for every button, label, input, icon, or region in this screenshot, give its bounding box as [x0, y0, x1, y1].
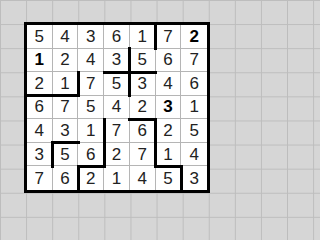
cell-r2c2[interactable]: 2 — [53, 49, 79, 73]
cell-r2c7[interactable]: 7 — [181, 49, 207, 73]
puzzle-screenshot: { "game": "7x7 latin-square number puzzl… — [0, 0, 235, 217]
cell-r3c1[interactable]: 2 — [27, 72, 53, 96]
cell-r3c3[interactable]: 7 — [78, 72, 104, 96]
cell-r1c6[interactable]: 7 — [156, 25, 182, 49]
cell-r4c5[interactable]: 2 — [130, 96, 156, 120]
cell-r1c3[interactable]: 3 — [78, 25, 104, 49]
cell-r2c1[interactable]: 1 — [27, 49, 53, 73]
cell-r6c2[interactable]: 5 — [53, 143, 79, 167]
cell-r2c4[interactable]: 3 — [104, 49, 130, 73]
cell-r4c4[interactable]: 4 — [104, 96, 130, 120]
cell-r5c1[interactable]: 4 — [27, 119, 53, 143]
cell-r7c2[interactable]: 6 — [53, 166, 79, 190]
cell-r5c2[interactable]: 3 — [53, 119, 79, 143]
cell-r4c7[interactable]: 1 — [181, 96, 207, 120]
region-wall-horizontal — [128, 118, 157, 121]
cell-r7c1[interactable]: 7 — [27, 166, 53, 190]
cell-r5c7[interactable]: 5 — [181, 119, 207, 143]
cell-r1c5[interactable]: 1 — [130, 25, 156, 49]
cell-r2c5[interactable]: 5 — [130, 49, 156, 73]
cell-r5c6[interactable]: 2 — [156, 119, 182, 143]
cell-r6c4[interactable]: 2 — [104, 143, 130, 167]
cell-r4c6[interactable]: 3 — [156, 96, 182, 120]
cell-r7c5[interactable]: 4 — [130, 166, 156, 190]
region-wall-horizontal — [77, 165, 106, 168]
region-wall-horizontal — [103, 71, 157, 74]
cell-r3c7[interactable]: 6 — [181, 72, 207, 96]
puzzle-board: 5436172124356721753466754231431762535627… — [24, 22, 210, 193]
cell-r1c7[interactable]: 2 — [181, 25, 207, 49]
region-wall-vertical — [180, 165, 183, 192]
region-wall-vertical — [103, 118, 106, 168]
cell-r6c3[interactable]: 6 — [78, 143, 104, 167]
cell-r2c6[interactable]: 6 — [156, 49, 182, 73]
cell-r7c6[interactable]: 5 — [156, 166, 182, 190]
cell-r6c6[interactable]: 1 — [156, 143, 182, 167]
cell-r1c4[interactable]: 6 — [104, 25, 130, 49]
cell-r3c6[interactable]: 4 — [156, 72, 182, 96]
cell-r5c4[interactable]: 7 — [104, 119, 130, 143]
cell-r5c3[interactable]: 1 — [78, 119, 104, 143]
puzzle-grid: 5436172124356721753466754231431762535627… — [27, 25, 207, 190]
cell-r2c3[interactable]: 4 — [78, 49, 104, 73]
cell-r1c1[interactable]: 5 — [27, 25, 53, 49]
cell-r3c5[interactable]: 3 — [130, 72, 156, 96]
cell-r3c4[interactable]: 5 — [104, 72, 130, 96]
region-wall-vertical — [154, 118, 157, 168]
region-wall-horizontal — [154, 165, 183, 168]
region-wall-horizontal — [51, 141, 80, 144]
cell-r4c3[interactable]: 5 — [78, 96, 104, 120]
region-wall-vertical — [51, 141, 54, 168]
cell-r3c2[interactable]: 1 — [53, 72, 79, 96]
region-wall-vertical — [77, 165, 80, 192]
cell-r7c4[interactable]: 1 — [104, 166, 130, 190]
cell-r1c2[interactable]: 4 — [53, 25, 79, 49]
cell-r7c7[interactable]: 3 — [181, 166, 207, 190]
region-wall-vertical — [154, 24, 157, 51]
cell-r7c3[interactable]: 2 — [78, 166, 104, 190]
cell-r6c5[interactable]: 7 — [130, 143, 156, 167]
region-wall-horizontal — [26, 94, 80, 97]
cell-r4c1[interactable]: 6 — [27, 96, 53, 120]
cell-r5c5[interactable]: 6 — [130, 119, 156, 143]
cell-r6c1[interactable]: 3 — [27, 143, 53, 167]
cell-r4c2[interactable]: 7 — [53, 96, 79, 120]
cell-r6c7[interactable]: 4 — [181, 143, 207, 167]
